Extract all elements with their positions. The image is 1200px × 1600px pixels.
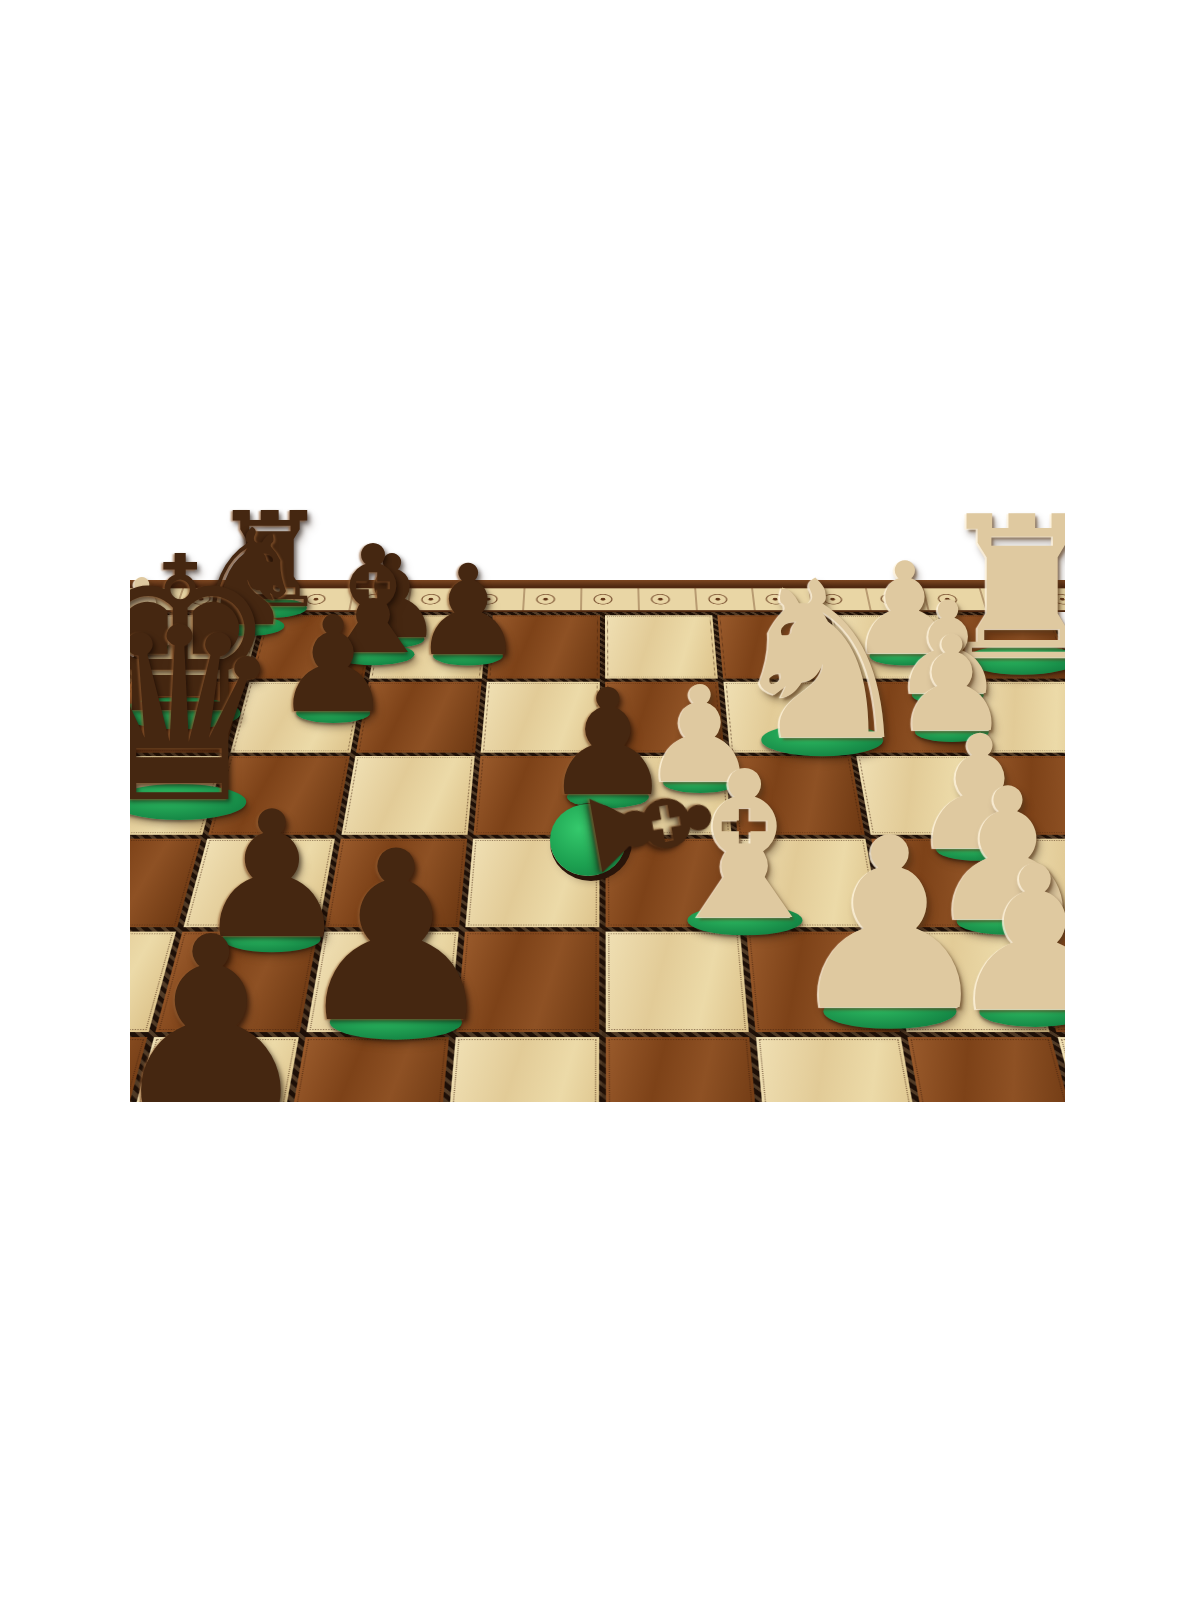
square-f4	[606, 1037, 760, 1102]
black-pawn: ♟	[273, 599, 392, 732]
white-pawn: ♟	[945, 840, 1065, 1040]
black-pawn: ♟	[412, 548, 524, 673]
black-pawn: ♟	[291, 820, 502, 1055]
chessboard-photo: ♜♞♚♛♝♟♟♟♟♟♟♟♜♞♝♟♟♟♟♟♟♟♟♟♝	[130, 478, 1065, 1102]
black-pawn: ♟	[130, 906, 315, 1102]
product-photo-page: ♜♞♚♛♝♟♟♟♟♟♟♟♜♞♝♟♟♟♟♟♟♟♟♟♝	[0, 0, 1200, 1600]
